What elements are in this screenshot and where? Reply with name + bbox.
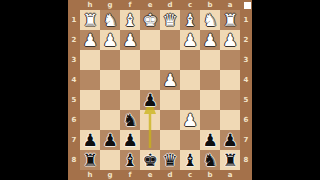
square-d8[interactable]: ♛ bbox=[160, 150, 180, 170]
square-c4[interactable] bbox=[180, 70, 200, 90]
square-f8[interactable]: ♝ bbox=[120, 150, 140, 170]
square-c1[interactable]: ♝ bbox=[180, 10, 200, 30]
square-e1[interactable]: ♚ bbox=[140, 10, 160, 30]
piece-black-bishop[interactable]: ♝ bbox=[122, 150, 137, 170]
piece-black-pawn[interactable]: ♟ bbox=[122, 130, 137, 150]
file-label-b: b bbox=[200, 170, 220, 180]
square-g5[interactable] bbox=[100, 90, 120, 110]
file-label-b: b bbox=[200, 0, 220, 10]
square-b7[interactable]: ♟ bbox=[200, 130, 220, 150]
square-f6[interactable]: ♞ bbox=[120, 110, 140, 130]
square-a3[interactable] bbox=[220, 50, 240, 70]
piece-black-rook[interactable]: ♜ bbox=[222, 150, 237, 170]
square-g2[interactable]: ♟ bbox=[100, 30, 120, 50]
file-label-f: f bbox=[120, 0, 140, 10]
square-f5[interactable] bbox=[120, 90, 140, 110]
rank-label-5: 5 bbox=[240, 90, 252, 110]
file-label-a: a bbox=[220, 170, 240, 180]
rank-label-7: 7 bbox=[240, 130, 252, 150]
file-label-d: d bbox=[160, 0, 180, 10]
piece-white-pawn[interactable]: ♟ bbox=[122, 30, 137, 50]
square-h1[interactable]: ♜ bbox=[80, 10, 100, 30]
file-label-c: c bbox=[180, 0, 200, 10]
piece-white-knight[interactable]: ♞ bbox=[202, 10, 217, 30]
file-label-g: g bbox=[100, 170, 120, 180]
square-g4[interactable] bbox=[100, 70, 120, 90]
piece-white-pawn[interactable]: ♟ bbox=[102, 30, 117, 50]
piece-white-rook[interactable]: ♜ bbox=[222, 10, 237, 30]
square-g1[interactable]: ♞ bbox=[100, 10, 120, 30]
file-label-h: h bbox=[80, 170, 100, 180]
file-labels-bottom: hgfedcba bbox=[80, 170, 240, 180]
rank-label-8: 8 bbox=[240, 150, 252, 170]
square-g6[interactable] bbox=[100, 110, 120, 130]
piece-black-pawn[interactable]: ♟ bbox=[142, 90, 157, 110]
square-a2[interactable]: ♟ bbox=[220, 30, 240, 50]
square-f7[interactable]: ♟ bbox=[120, 130, 140, 150]
square-h6[interactable] bbox=[80, 110, 100, 130]
square-c3[interactable] bbox=[180, 50, 200, 70]
square-e5[interactable]: ♟ bbox=[140, 90, 160, 110]
piece-white-king[interactable]: ♚ bbox=[142, 10, 157, 30]
square-b1[interactable]: ♞ bbox=[200, 10, 220, 30]
file-label-d: d bbox=[160, 170, 180, 180]
square-f4[interactable] bbox=[120, 70, 140, 90]
square-f3[interactable] bbox=[120, 50, 140, 70]
piece-black-knight[interactable]: ♞ bbox=[122, 110, 137, 130]
square-e2[interactable] bbox=[140, 30, 160, 50]
piece-black-pawn[interactable]: ♟ bbox=[102, 130, 117, 150]
rank-label-7: 7 bbox=[68, 130, 80, 150]
piece-black-pawn[interactable]: ♟ bbox=[222, 130, 237, 150]
piece-white-pawn[interactable]: ♟ bbox=[222, 30, 237, 50]
piece-black-bishop[interactable]: ♝ bbox=[182, 150, 197, 170]
square-d6[interactable] bbox=[160, 110, 180, 130]
rank-label-1: 1 bbox=[68, 10, 80, 30]
side-to-move-indicator bbox=[244, 2, 251, 9]
piece-black-king[interactable]: ♚ bbox=[142, 150, 157, 170]
square-g7[interactable]: ♟ bbox=[100, 130, 120, 150]
square-d2[interactable] bbox=[160, 30, 180, 50]
square-e4[interactable] bbox=[140, 70, 160, 90]
square-a5[interactable] bbox=[220, 90, 240, 110]
piece-white-knight[interactable]: ♞ bbox=[102, 10, 117, 30]
square-b8[interactable]: ♞ bbox=[200, 150, 220, 170]
file-label-f: f bbox=[120, 170, 140, 180]
file-label-e: e bbox=[140, 0, 160, 10]
square-d5[interactable] bbox=[160, 90, 180, 110]
board-squares: ♜♞♝♚♛♝♞♜♟♟♟♟♟♟♟♟♞♟♟♟♟♟♟♜♝♚♛♝♞♜ bbox=[80, 10, 240, 170]
square-c5[interactable] bbox=[180, 90, 200, 110]
square-h3[interactable] bbox=[80, 50, 100, 70]
file-label-e: e bbox=[140, 170, 160, 180]
rank-label-4: 4 bbox=[240, 70, 252, 90]
rank-labels-left: 12345678 bbox=[68, 10, 80, 170]
square-h5[interactable] bbox=[80, 90, 100, 110]
square-d4[interactable]: ♟ bbox=[160, 70, 180, 90]
square-c8[interactable]: ♝ bbox=[180, 150, 200, 170]
square-b5[interactable] bbox=[200, 90, 220, 110]
square-f2[interactable]: ♟ bbox=[120, 30, 140, 50]
square-h7[interactable]: ♟ bbox=[80, 130, 100, 150]
file-label-a: a bbox=[220, 0, 240, 10]
piece-white-pawn[interactable]: ♟ bbox=[162, 70, 177, 90]
file-labels-top: hgfedcba bbox=[80, 0, 240, 10]
square-c6[interactable]: ♟ bbox=[180, 110, 200, 130]
rank-label-1: 1 bbox=[240, 10, 252, 30]
piece-white-pawn[interactable]: ♟ bbox=[182, 110, 197, 130]
piece-white-pawn[interactable]: ♟ bbox=[182, 30, 197, 50]
square-b4[interactable] bbox=[200, 70, 220, 90]
square-d3[interactable] bbox=[160, 50, 180, 70]
square-h8[interactable]: ♜ bbox=[80, 150, 100, 170]
file-label-c: c bbox=[180, 170, 200, 180]
piece-black-pawn[interactable]: ♟ bbox=[202, 130, 217, 150]
rank-label-6: 6 bbox=[68, 110, 80, 130]
piece-black-knight[interactable]: ♞ bbox=[202, 150, 217, 170]
square-d1[interactable]: ♛ bbox=[160, 10, 180, 30]
square-a4[interactable] bbox=[220, 70, 240, 90]
square-e8[interactable]: ♚ bbox=[140, 150, 160, 170]
file-label-g: g bbox=[100, 0, 120, 10]
square-a8[interactable]: ♜ bbox=[220, 150, 240, 170]
rank-label-2: 2 bbox=[68, 30, 80, 50]
rank-labels-right: 12345678 bbox=[240, 10, 252, 170]
square-b2[interactable]: ♟ bbox=[200, 30, 220, 50]
square-a6[interactable] bbox=[220, 110, 240, 130]
square-c7[interactable] bbox=[180, 130, 200, 150]
rank-label-4: 4 bbox=[68, 70, 80, 90]
square-d7[interactable] bbox=[160, 130, 180, 150]
square-b3[interactable] bbox=[200, 50, 220, 70]
square-e6[interactable] bbox=[140, 110, 160, 130]
piece-white-rook[interactable]: ♜ bbox=[82, 10, 97, 30]
rank-label-8: 8 bbox=[68, 150, 80, 170]
rank-label-5: 5 bbox=[68, 90, 80, 110]
square-a1[interactable]: ♜ bbox=[220, 10, 240, 30]
chess-board: hgfedcba hgfedcba 12345678 12345678 ♜♞♝♚… bbox=[68, 0, 252, 180]
square-h2[interactable]: ♟ bbox=[80, 30, 100, 50]
piece-black-rook[interactable]: ♜ bbox=[82, 150, 97, 170]
rank-label-3: 3 bbox=[240, 50, 252, 70]
square-g8[interactable] bbox=[100, 150, 120, 170]
piece-white-pawn[interactable]: ♟ bbox=[202, 30, 217, 50]
square-f1[interactable]: ♝ bbox=[120, 10, 140, 30]
piece-white-bishop[interactable]: ♝ bbox=[182, 10, 197, 30]
square-g3[interactable] bbox=[100, 50, 120, 70]
file-label-h: h bbox=[80, 0, 100, 10]
rank-label-2: 2 bbox=[240, 30, 252, 50]
piece-white-queen[interactable]: ♛ bbox=[162, 10, 177, 30]
square-c2[interactable]: ♟ bbox=[180, 30, 200, 50]
square-e3[interactable] bbox=[140, 50, 160, 70]
rank-label-3: 3 bbox=[68, 50, 80, 70]
square-a7[interactable]: ♟ bbox=[220, 130, 240, 150]
square-b6[interactable] bbox=[200, 110, 220, 130]
video-frame: hgfedcba hgfedcba 12345678 12345678 ♜♞♝♚… bbox=[0, 0, 320, 180]
piece-white-pawn[interactable]: ♟ bbox=[82, 30, 97, 50]
piece-white-bishop[interactable]: ♝ bbox=[122, 10, 137, 30]
rank-label-6: 6 bbox=[240, 110, 252, 130]
square-h4[interactable] bbox=[80, 70, 100, 90]
piece-black-pawn[interactable]: ♟ bbox=[82, 130, 97, 150]
square-e7[interactable] bbox=[140, 130, 160, 150]
piece-black-queen[interactable]: ♛ bbox=[162, 150, 177, 170]
